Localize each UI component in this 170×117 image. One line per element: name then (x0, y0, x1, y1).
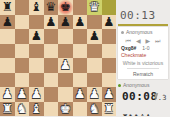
square-f6[interactable] (73, 29, 88, 44)
square-a7[interactable]: ♟ (0, 15, 15, 30)
square-f3[interactable] (73, 73, 88, 88)
square-g3[interactable] (87, 73, 102, 88)
square-c4[interactable] (29, 58, 44, 73)
square-e2[interactable] (58, 87, 73, 102)
square-h5[interactable] (102, 44, 117, 59)
square-d7[interactable]: ♟ (44, 15, 59, 30)
piece-white-rook-h1: ♜ (103, 102, 114, 117)
square-g6[interactable]: ♟ (87, 29, 102, 44)
square-b5[interactable] (15, 44, 30, 59)
square-c7[interactable] (29, 15, 44, 30)
square-f8[interactable] (73, 0, 88, 15)
square-h1[interactable]: ♜ (102, 102, 117, 117)
game-winner-line: White is victorious (121, 60, 165, 66)
square-b4[interactable] (15, 58, 30, 73)
square-f2[interactable]: ♟ (73, 87, 88, 102)
piece-white-pawn-f2: ♟ (74, 87, 85, 102)
piece-white-knight-b1: ♞ (16, 102, 27, 117)
next-move-icon[interactable]: ▶ (146, 38, 151, 44)
game-side-panel: 00:13 Anonymous ⏮ ◀ ▶ ⏭ Qxg8# 1-0 Checkm… (116, 0, 170, 116)
square-h2[interactable]: ♟ (102, 87, 117, 102)
active-clock-indicator-bar (118, 24, 168, 26)
piece-black-pawn-g6: ♟ (89, 29, 100, 44)
square-b6[interactable] (15, 29, 30, 44)
piece-white-queen-g8: ♛ (89, 0, 100, 15)
piece-black-pawn-h7: ♟ (103, 15, 114, 30)
square-c5[interactable] (29, 44, 44, 59)
square-e3[interactable] (58, 73, 73, 88)
square-d4[interactable] (44, 58, 59, 73)
square-a2[interactable]: ♟ (0, 87, 15, 102)
square-e1[interactable]: ♚ (58, 102, 73, 117)
square-f1[interactable] (73, 102, 88, 117)
chess-board[interactable]: ♜♝♛♚♛♟♟♟♟♟♟♟♟♟♟♟♟♟♟♜♞♝♚♞♜ (0, 0, 116, 116)
piece-black-rook-a8: ♜ (2, 0, 13, 15)
square-g4[interactable] (87, 58, 102, 73)
piece-white-pawn-b2: ♟ (16, 87, 27, 102)
square-c8[interactable]: ♝ (29, 0, 44, 15)
square-f7[interactable]: ♟ (73, 15, 88, 30)
square-e5[interactable] (58, 44, 73, 59)
previous-move-icon[interactable]: ◀ (136, 38, 141, 44)
bottom-player-row[interactable]: Anonymous (118, 82, 168, 89)
bottom-player-online-dot (118, 84, 121, 87)
square-b3[interactable] (15, 73, 30, 88)
piece-white-pawn-c2: ♟ (31, 87, 42, 102)
piece-black-queen-d8: ♛ (45, 0, 56, 15)
last-move-icon[interactable]: ⏭ (155, 38, 160, 44)
captured-pieces-row: ♜♞♞♝♟ (118, 105, 168, 116)
top-player-clock: 00:13 (116, 8, 170, 23)
square-h3[interactable] (102, 73, 117, 88)
square-d3[interactable] (44, 73, 59, 88)
piece-black-pawn-f7: ♟ (74, 15, 85, 30)
square-c3[interactable] (29, 73, 44, 88)
square-h8[interactable] (102, 0, 117, 15)
square-d6[interactable] (44, 29, 59, 44)
mouse-cursor (154, 92, 162, 100)
square-a5[interactable] (0, 44, 15, 59)
square-d2[interactable] (44, 87, 59, 102)
square-e6[interactable] (58, 29, 73, 44)
square-g1[interactable]: ♞ (87, 102, 102, 117)
square-g8[interactable]: ♛ (87, 0, 102, 15)
square-b8[interactable] (15, 0, 30, 15)
piece-white-pawn-a2: ♟ (2, 87, 13, 102)
square-e4[interactable]: ♟ (58, 58, 73, 73)
game-status-line: Checkmate (121, 52, 165, 58)
square-c6[interactable]: ♟ (29, 29, 44, 44)
divider (127, 68, 159, 69)
bottom-player-name: Anonymous (123, 82, 149, 89)
piece-black-pawn-e7: ♟ (60, 15, 71, 30)
first-move-icon[interactable]: ⏮ (125, 38, 130, 44)
square-d5[interactable] (44, 44, 59, 59)
piece-white-king-e1: ♚ (60, 102, 71, 117)
piece-white-pawn-e4: ♟ (60, 58, 71, 73)
top-player-row[interactable]: Anonymous (121, 29, 165, 36)
piece-white-knight-g1: ♞ (89, 102, 100, 117)
square-a4[interactable] (0, 58, 15, 73)
game-info-card: Anonymous ⏮ ◀ ▶ ⏭ Qxg8# 1-0 Checkmate Wh… (118, 27, 168, 79)
square-g2[interactable]: ♟ (87, 87, 102, 102)
move-navigation: ⏮ ◀ ▶ ⏭ (121, 38, 165, 44)
game-result: 1-0 (142, 45, 149, 51)
square-a6[interactable] (0, 29, 15, 44)
piece-black-bishop-c8: ♝ (31, 0, 42, 15)
square-e8[interactable]: ♚ (58, 0, 73, 15)
top-player-name: Anonymous (126, 29, 152, 36)
square-f5[interactable] (73, 44, 88, 59)
square-h7[interactable]: ♟ (102, 15, 117, 30)
move-list-last-line[interactable]: Qxg8# 1-0 (121, 45, 165, 51)
square-g7[interactable] (87, 15, 102, 30)
piece-white-bishop-c1: ♝ (31, 102, 42, 117)
square-b1[interactable]: ♞ (15, 102, 30, 117)
piece-black-pawn-c6: ♟ (31, 29, 42, 44)
square-c2[interactable]: ♟ (29, 87, 44, 102)
piece-white-pawn-g2: ♟ (89, 87, 100, 102)
square-a1[interactable]: ♜ (0, 102, 15, 117)
captured-pieces: ♜♞♞♝♟ (122, 113, 151, 116)
square-h4[interactable] (102, 58, 117, 73)
square-d1[interactable] (44, 102, 59, 117)
piece-black-pawn-d7: ♟ (45, 15, 56, 30)
square-a3[interactable] (0, 73, 15, 88)
square-f4[interactable] (73, 58, 88, 73)
square-e7[interactable]: ♟ (58, 15, 73, 30)
square-b2[interactable]: ♟ (15, 87, 30, 102)
piece-black-pawn-a7: ♟ (2, 15, 13, 30)
piece-white-rook-a1: ♜ (2, 102, 13, 117)
square-a8[interactable]: ♜ (0, 0, 15, 15)
piece-white-pawn-h2: ♟ (103, 87, 114, 102)
piece-black-king-e8: ♚ (60, 0, 71, 15)
square-d8[interactable]: ♛ (44, 0, 59, 15)
square-b7[interactable] (15, 15, 30, 30)
rematch-button[interactable]: Rematch (121, 71, 165, 78)
top-player-status-dot (121, 31, 124, 34)
bottom-clock-time: 00:08 (122, 90, 158, 103)
square-g5[interactable] (87, 44, 102, 59)
square-c1[interactable]: ♝ (29, 102, 44, 117)
square-h6[interactable] (102, 29, 117, 44)
last-move-san[interactable]: Qxg8# (121, 45, 136, 51)
